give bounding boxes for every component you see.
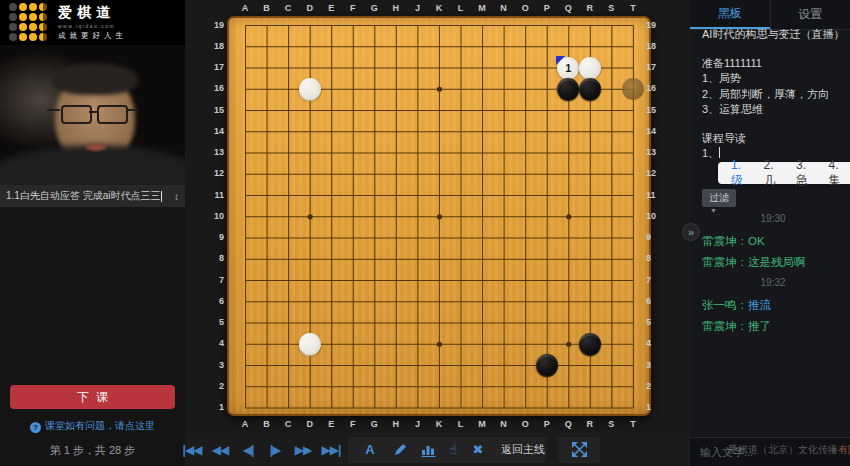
right-panel-tabs: 黑板 设置 [690, 0, 850, 30]
text-tool-button[interactable]: A [358, 433, 382, 466]
chat-text: 推流 [748, 299, 771, 311]
logo-dot [29, 23, 37, 31]
black-stone-P3[interactable]: ● [536, 354, 558, 376]
updown-arrows-icon: ↕ [174, 191, 179, 202]
logo-dots-icon [9, 3, 49, 43]
chart-tool-button[interactable] [416, 433, 440, 466]
blackboard-line: 1、局势 [702, 71, 846, 87]
collapse-panel-button[interactable]: » [682, 223, 700, 241]
clear-marks-button[interactable]: ✖ [466, 433, 490, 466]
white-stone-D4[interactable]: ● [299, 333, 321, 355]
end-class-button[interactable]: 下课 [10, 385, 175, 409]
ime-candidate-1[interactable]: 1.级 [731, 158, 753, 189]
fast-forward-button[interactable]: ▶▶ [289, 433, 317, 466]
help-link[interactable]: ?课堂如有问题，请点这里 [0, 419, 185, 433]
bottom-toolbar: |◀◀◀◀◀||▶▶▶▶▶| A☝✖ 返回主线 [185, 433, 690, 466]
stone-glyph: ● [578, 333, 602, 355]
chat-text: 推了 [748, 320, 771, 332]
instructor-video [0, 45, 185, 185]
tab-blackboard[interactable]: 黑板 [690, 0, 770, 29]
lesson-select-dropdown[interactable]: 1.1白先自动应答 完成ai时代点三三 ↕ [0, 185, 185, 207]
ime-candidate-3[interactable]: 3.急 [796, 158, 818, 189]
instructor-hair [52, 63, 138, 95]
tab-settings[interactable]: 设置 [770, 0, 850, 29]
logo-dot [39, 13, 47, 21]
blackboard-line: AI时代的构思与变迁（直播） [702, 27, 846, 43]
instructor-body [0, 145, 185, 185]
logo-dot [39, 23, 47, 31]
ghost-stone-T16[interactable]: ● [622, 78, 644, 100]
chat-sender: 雷震坤： [702, 235, 748, 247]
question-circle-icon: ? [30, 422, 41, 433]
chat-sender: 张一鸣： [702, 299, 748, 311]
text-cursor [161, 191, 162, 202]
logo-dot [39, 3, 47, 11]
help-link-label: 课堂如有问题，请点这里 [45, 420, 155, 431]
logo-dot [9, 13, 17, 21]
stone-glyph: ● [556, 78, 580, 100]
chat-text: OK [748, 235, 765, 247]
right-sidebar: 黑板 设置 AI时代的构思与变迁（直播）准备11111111、局势2、局部判断，… [690, 0, 850, 466]
chat-message: 雷震坤：这是残局啊 [702, 252, 844, 273]
chat-input[interactable]: 输入文字... [690, 437, 850, 466]
logo-dot [19, 33, 27, 41]
blackboard-line: 课程导读 [702, 131, 846, 147]
logo-dot [9, 3, 17, 11]
glasses-right-lens [97, 105, 128, 124]
chat-timestamp: 19:30 [702, 213, 844, 224]
last-move-button[interactable]: ▶▶| [317, 433, 345, 466]
text-cursor [719, 147, 720, 158]
chat-sender: 雷震坤： [702, 320, 748, 332]
left-sidebar: 爱棋道 www.iqidao.com 成就更好人生 1.1白先自动应答 完成ai… [0, 0, 185, 466]
fullscreen-button[interactable] [566, 433, 592, 466]
logo-url: www.iqidao.com [58, 23, 127, 29]
chat-timestamp: 19:32 [702, 277, 844, 288]
white-stone-D16[interactable]: ● [299, 78, 321, 100]
logo-dot [29, 3, 37, 11]
lesson-select-value: 1.1白先自动应答 完成ai时代点三三 [6, 189, 160, 203]
logo-dot [9, 23, 17, 31]
filter-button[interactable]: 过滤 [702, 189, 736, 207]
blackboard-blank-line [702, 43, 846, 56]
hand-tool-button[interactable]: ☝ [441, 433, 465, 466]
glasses-bridge [89, 111, 97, 113]
stone-glyph: ● [298, 333, 322, 355]
glasses-temple-right [126, 109, 139, 111]
instructor-mouth [86, 143, 106, 151]
black-stone-R4[interactable]: ● [579, 333, 601, 355]
fast-backward-button[interactable]: ◀◀ [206, 433, 234, 466]
logo-dot [29, 33, 37, 41]
black-stone-Q16[interactable]: ● [557, 78, 579, 100]
chat-message: 张一鸣：推流 [702, 295, 844, 316]
ime-candidate-4[interactable]: 4.集 [829, 158, 850, 189]
next-move-button[interactable]: |▶ [261, 433, 289, 466]
blackboard-notes: AI时代的构思与变迁（直播）准备11111111、局势2、局部判断，厚薄，方向3… [702, 27, 846, 162]
branch-triangle-icon [556, 56, 565, 65]
chat-text: 这是残局啊 [748, 256, 806, 268]
blackboard-blank-line [702, 118, 846, 131]
logo-dot [19, 23, 27, 31]
stone-glyph: ● [621, 78, 645, 100]
prev-move-button[interactable]: ◀| [234, 433, 262, 466]
board-area: AABBCCDDEEFFGGHHJJKKLLMMNNOOPPQQRRSSTT19… [185, 0, 690, 466]
go-lesson-app: 爱棋道 www.iqidao.com 成就更好人生 1.1白先自动应答 完成ai… [0, 0, 850, 466]
blackboard-line: 2、局部判断，厚薄，方向 [702, 87, 846, 103]
ime-candidate-bar: 1.级2.几3.急4.集 [718, 162, 850, 184]
glasses-temple-left [47, 109, 60, 111]
chat-sender: 雷震坤： [702, 256, 748, 268]
logo-title: 爱棋道 [58, 4, 127, 22]
chat-message: 雷震坤：OK [702, 231, 844, 252]
logo-dot [19, 13, 27, 21]
brush-tool-button[interactable] [388, 433, 412, 466]
logo-slogan: 成就更好人生 [58, 31, 127, 41]
blackboard-line: 准备1111111 [702, 56, 846, 72]
first-move-button[interactable]: |◀◀ [178, 433, 206, 466]
ime-candidate-2[interactable]: 2.几 [764, 158, 786, 189]
glasses-left-lens [61, 105, 92, 124]
chat-message: 雷震坤：推了 [702, 316, 844, 337]
logo-dot [19, 3, 27, 11]
stone-glyph: ● [298, 78, 322, 100]
black-stone-R16[interactable]: ● [579, 78, 601, 100]
step-status: 第 1 步，共 28 步 [0, 443, 185, 458]
stone-glyph: ● [578, 78, 602, 100]
stone-glyph: ● [535, 354, 559, 376]
stones-layer: ●1●●●●●●●● [185, 0, 690, 466]
chat-input-placeholder: 输入文字... [700, 445, 753, 460]
logo-dot [9, 33, 17, 41]
chat-list[interactable]: 19:30雷震坤：OK雷震坤：这是残局啊19:32张一鸣：推流雷震坤：推了 [702, 209, 844, 337]
blackboard-line: 3、运算思维 [702, 102, 846, 118]
logo-dot [39, 33, 47, 41]
return-mainline-button[interactable]: 返回主线 [495, 433, 551, 466]
logo-dot [29, 13, 37, 21]
app-logo: 爱棋道 www.iqidao.com 成就更好人生 [0, 0, 185, 45]
